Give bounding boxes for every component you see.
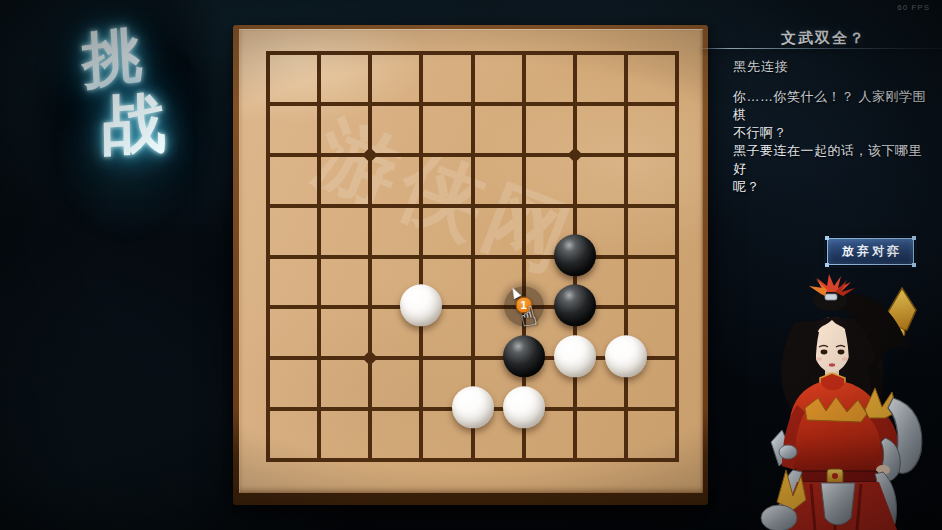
vignette-overlay — [0, 0, 942, 530]
